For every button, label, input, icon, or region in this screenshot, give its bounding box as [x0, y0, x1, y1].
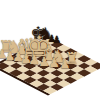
piece-white-pawn-h2[interactable]: ♟: [60, 58, 71, 70]
piece-layer: ♚♞♟♟♜♞♝♛♚♝♞♜♟♟♟♟♟♟♟♟: [0, 0, 100, 100]
chess-set-photo: ♚♞♟♟♜♞♝♛♚♝♞♜♟♟♟♟♟♟♟♟: [0, 0, 100, 100]
piece-white-pawn-g2[interactable]: ♟: [48, 56, 60, 69]
